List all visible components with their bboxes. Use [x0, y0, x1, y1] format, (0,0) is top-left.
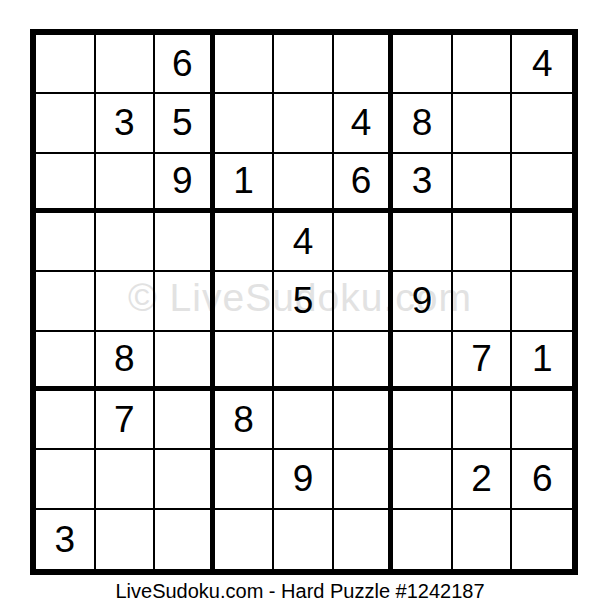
caption: LiveSudoku.com - Hard Puzzle #1242187: [0, 580, 600, 603]
cell-r7-c4[interactable]: 8: [215, 391, 275, 450]
cell-r9-c9[interactable]: [512, 510, 572, 569]
cell-r6-c5[interactable]: [274, 332, 334, 391]
cell-r8-c9[interactable]: 6: [512, 450, 572, 509]
cell-r2-c1[interactable]: [36, 94, 96, 153]
cell-r4-c2[interactable]: [96, 213, 156, 272]
cell-r5-c5[interactable]: 5: [274, 272, 334, 331]
cell-r7-c7[interactable]: [393, 391, 453, 450]
cell-r9-c6[interactable]: [334, 510, 394, 569]
cell-r8-c4[interactable]: [215, 450, 275, 509]
cell-r2-c2[interactable]: 3: [96, 94, 156, 153]
cell-r4-c1[interactable]: [36, 213, 96, 272]
cell-r6-c4[interactable]: [215, 332, 275, 391]
cell-r3-c5[interactable]: [274, 154, 334, 213]
cell-r7-c9[interactable]: [512, 391, 572, 450]
cell-r3-c7[interactable]: 3: [393, 154, 453, 213]
cell-r1-c3[interactable]: 6: [155, 35, 215, 94]
cell-r7-c3[interactable]: [155, 391, 215, 450]
cell-r8-c5[interactable]: 9: [274, 450, 334, 509]
cell-r5-c4[interactable]: [215, 272, 275, 331]
cell-r4-c4[interactable]: [215, 213, 275, 272]
cell-r1-c7[interactable]: [393, 35, 453, 94]
cell-r4-c7[interactable]: [393, 213, 453, 272]
cell-r8-c3[interactable]: [155, 450, 215, 509]
cell-r5-c9[interactable]: [512, 272, 572, 331]
cell-r2-c5[interactable]: [274, 94, 334, 153]
cell-r8-c6[interactable]: [334, 450, 394, 509]
cell-r5-c2[interactable]: [96, 272, 156, 331]
cell-r1-c8[interactable]: [453, 35, 513, 94]
cell-r6-c6[interactable]: [334, 332, 394, 391]
cell-r6-c7[interactable]: [393, 332, 453, 391]
cell-r7-c5[interactable]: [274, 391, 334, 450]
cell-r3-c4[interactable]: 1: [215, 154, 275, 213]
cell-r8-c8[interactable]: 2: [453, 450, 513, 509]
cell-r6-c8[interactable]: 7: [453, 332, 513, 391]
cell-r3-c3[interactable]: 9: [155, 154, 215, 213]
cell-r5-c1[interactable]: [36, 272, 96, 331]
cell-r6-c3[interactable]: [155, 332, 215, 391]
cell-r2-c8[interactable]: [453, 94, 513, 153]
cell-r5-c8[interactable]: [453, 272, 513, 331]
cell-r2-c6[interactable]: 4: [334, 94, 394, 153]
cell-r5-c3[interactable]: [155, 272, 215, 331]
cell-r1-c6[interactable]: [334, 35, 394, 94]
cell-r9-c3[interactable]: [155, 510, 215, 569]
cell-r7-c6[interactable]: [334, 391, 394, 450]
cell-r3-c8[interactable]: [453, 154, 513, 213]
cell-r9-c5[interactable]: [274, 510, 334, 569]
page: © LiveSudoku.com 6435489163459871789263 …: [0, 0, 600, 615]
cell-r3-c1[interactable]: [36, 154, 96, 213]
cell-r4-c9[interactable]: [512, 213, 572, 272]
cell-r9-c7[interactable]: [393, 510, 453, 569]
cell-r3-c2[interactable]: [96, 154, 156, 213]
cell-r1-c9[interactable]: 4: [512, 35, 572, 94]
cell-r7-c1[interactable]: [36, 391, 96, 450]
cell-r4-c3[interactable]: [155, 213, 215, 272]
cell-r7-c2[interactable]: 7: [96, 391, 156, 450]
cell-r5-c7[interactable]: 9: [393, 272, 453, 331]
cell-r6-c1[interactable]: [36, 332, 96, 391]
cell-r1-c5[interactable]: [274, 35, 334, 94]
cell-r9-c1[interactable]: 3: [36, 510, 96, 569]
cell-r1-c1[interactable]: [36, 35, 96, 94]
cell-r9-c4[interactable]: [215, 510, 275, 569]
cell-r2-c7[interactable]: 8: [393, 94, 453, 153]
cell-r8-c2[interactable]: [96, 450, 156, 509]
cell-r2-c9[interactable]: [512, 94, 572, 153]
cell-r1-c4[interactable]: [215, 35, 275, 94]
cell-r3-c9[interactable]: [512, 154, 572, 213]
sudoku-board: 6435489163459871789263: [30, 29, 578, 575]
cell-r4-c8[interactable]: [453, 213, 513, 272]
cell-r5-c6[interactable]: [334, 272, 394, 331]
cell-r2-c4[interactable]: [215, 94, 275, 153]
cell-r9-c2[interactable]: [96, 510, 156, 569]
cell-r3-c6[interactable]: 6: [334, 154, 394, 213]
cell-r8-c7[interactable]: [393, 450, 453, 509]
cell-r6-c9[interactable]: 1: [512, 332, 572, 391]
cell-r9-c8[interactable]: [453, 510, 513, 569]
cell-r8-c1[interactable]: [36, 450, 96, 509]
cell-r4-c6[interactable]: [334, 213, 394, 272]
cell-r4-c5[interactable]: 4: [274, 213, 334, 272]
cell-r2-c3[interactable]: 5: [155, 94, 215, 153]
cell-r6-c2[interactable]: 8: [96, 332, 156, 391]
cell-r7-c8[interactable]: [453, 391, 513, 450]
cell-r1-c2[interactable]: [96, 35, 156, 94]
